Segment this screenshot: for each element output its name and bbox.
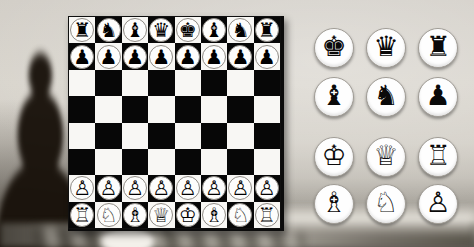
piece-glyph: ♟	[258, 46, 276, 66]
white-pawn-piece[interactable]: ♙	[202, 176, 226, 200]
square-f8[interactable]: ♝	[201, 17, 227, 43]
black-queen-badge[interactable]: ♛	[366, 28, 406, 68]
square-g8[interactable]: ♞	[227, 17, 253, 43]
black-pawn-piece[interactable]: ♟	[123, 45, 147, 69]
black-pawn-badge[interactable]: ♟	[418, 77, 458, 117]
chess-board: ♜♞♝♛♚♝♞♜♟♟♟♟♟♟♟♟♙♙♙♙♙♙♙♙♖♘♗♕♔♗♘♖	[69, 17, 280, 228]
square-e6[interactable]	[175, 70, 201, 96]
black-pawn-piece[interactable]: ♟	[149, 45, 173, 69]
piece-glyph: ♙	[126, 178, 144, 198]
black-knight-icon: ♞	[373, 82, 398, 110]
piece-glyph: ♞	[100, 20, 118, 40]
piece-glyph: ♖	[73, 204, 91, 224]
piece-glyph: ♟	[100, 46, 118, 66]
white-queen-badge[interactable]: ♕	[366, 137, 406, 177]
black-king-badge[interactable]: ♚	[314, 28, 354, 68]
white-queen-icon: ♕	[373, 142, 398, 170]
square-d6[interactable]	[148, 70, 174, 96]
white-pawn-icon: ♙	[425, 189, 450, 217]
square-b1[interactable]: ♘	[95, 202, 121, 228]
white-knight-piece[interactable]: ♘	[97, 203, 121, 227]
piece-glyph: ♙	[258, 178, 276, 198]
square-b4[interactable]	[95, 123, 121, 149]
square-b2[interactable]: ♙	[95, 175, 121, 201]
chess-promo-screenshot: ♟ ♜♞♝♛♚♝♞♜♟♟♟♟♟♟♟♟♙♙♙♙♙♙♙♙♖♘♗♕♔♗♘♖ ♚♛♜♝♞…	[0, 0, 474, 247]
white-pawn-piece[interactable]: ♙	[176, 176, 200, 200]
square-h3[interactable]	[254, 149, 280, 175]
square-e3[interactable]	[175, 149, 201, 175]
piece-glyph: ♖	[258, 204, 276, 224]
white-bishop-badge[interactable]: ♗	[314, 184, 354, 224]
square-c6[interactable]	[122, 70, 148, 96]
black-pawn-piece[interactable]: ♟	[70, 45, 94, 69]
square-d1[interactable]: ♕	[148, 202, 174, 228]
square-a5[interactable]	[69, 96, 95, 122]
white-queen-piece[interactable]: ♕	[149, 203, 173, 227]
square-g5[interactable]	[227, 96, 253, 122]
square-b6[interactable]	[95, 70, 121, 96]
square-c5[interactable]	[122, 96, 148, 122]
black-bishop-piece[interactable]: ♝	[202, 18, 226, 42]
black-rook-piece[interactable]: ♜	[255, 18, 279, 42]
white-pawn-piece[interactable]: ♙	[255, 176, 279, 200]
black-rook-piece[interactable]: ♜	[70, 18, 94, 42]
black-pawn-piece[interactable]: ♟	[255, 45, 279, 69]
white-pawn-piece[interactable]: ♙	[97, 176, 121, 200]
piece-glyph: ♛	[152, 20, 170, 40]
white-bishop-piece[interactable]: ♗	[202, 203, 226, 227]
white-rook-piece[interactable]: ♖	[255, 203, 279, 227]
square-e7[interactable]: ♟	[175, 43, 201, 69]
white-king-piece[interactable]: ♔	[176, 203, 200, 227]
white-knight-badge[interactable]: ♘	[366, 184, 406, 224]
white-rook-piece[interactable]: ♖	[70, 203, 94, 227]
square-a8[interactable]: ♜	[69, 17, 95, 43]
square-d7[interactable]: ♟	[148, 43, 174, 69]
white-piece-set-panel: ♔♕♖♗♘♙	[314, 137, 458, 224]
piece-glyph: ♙	[100, 178, 118, 198]
piece-glyph: ♜	[258, 20, 276, 40]
white-knight-icon: ♘	[373, 189, 398, 217]
square-c7[interactable]: ♟	[122, 43, 148, 69]
square-b5[interactable]	[95, 96, 121, 122]
white-pawn-piece[interactable]: ♙	[149, 176, 173, 200]
square-g7[interactable]: ♟	[227, 43, 253, 69]
square-c8[interactable]: ♝	[122, 17, 148, 43]
piece-glyph: ♙	[231, 178, 249, 198]
square-d2[interactable]: ♙	[148, 175, 174, 201]
chess-board-frame: ♜♞♝♛♚♝♞♜♟♟♟♟♟♟♟♟♙♙♙♙♙♙♙♙♖♘♗♕♔♗♘♖	[68, 16, 284, 231]
white-bishop-icon: ♗	[321, 189, 346, 217]
square-f2[interactable]: ♙	[201, 175, 227, 201]
piece-glyph: ♚	[179, 20, 197, 40]
black-pawn-piece[interactable]: ♟	[228, 45, 252, 69]
square-a2[interactable]: ♙	[69, 175, 95, 201]
square-e5[interactable]	[175, 96, 201, 122]
square-g6[interactable]	[227, 70, 253, 96]
square-g2[interactable]: ♙	[227, 175, 253, 201]
piece-glyph: ♔	[179, 204, 197, 224]
square-d5[interactable]	[148, 96, 174, 122]
square-e1[interactable]: ♔	[175, 202, 201, 228]
black-rook-badge[interactable]: ♜	[418, 28, 458, 68]
white-pawn-piece[interactable]: ♙	[123, 176, 147, 200]
square-a3[interactable]	[69, 149, 95, 175]
black-queen-piece[interactable]: ♛	[149, 18, 173, 42]
square-c3[interactable]	[122, 149, 148, 175]
piece-glyph: ♟	[179, 46, 197, 66]
black-piece-set-panel: ♚♛♜♝♞♟	[314, 28, 458, 117]
piece-glyph: ♟	[73, 46, 91, 66]
square-c1[interactable]: ♗	[122, 202, 148, 228]
piece-glyph: ♙	[205, 178, 223, 198]
square-c2[interactable]: ♙	[122, 175, 148, 201]
square-d3[interactable]	[148, 149, 174, 175]
black-knight-piece[interactable]: ♞	[228, 18, 252, 42]
white-pawn-piece[interactable]: ♙	[70, 176, 94, 200]
piece-glyph: ♟	[126, 46, 144, 66]
black-knight-badge[interactable]: ♞	[366, 77, 406, 117]
piece-glyph: ♝	[205, 20, 223, 40]
square-g4[interactable]	[227, 123, 253, 149]
black-pawn-piece[interactable]: ♟	[202, 45, 226, 69]
white-pawn-piece[interactable]: ♙	[228, 176, 252, 200]
square-f5[interactable]	[201, 96, 227, 122]
piece-glyph: ♜	[73, 20, 91, 40]
square-h4[interactable]	[254, 123, 280, 149]
square-d8[interactable]: ♛	[148, 17, 174, 43]
black-bishop-icon: ♝	[321, 82, 346, 110]
piece-glyph: ♙	[73, 178, 91, 198]
piece-glyph: ♟	[152, 46, 170, 66]
piece-glyph: ♗	[205, 204, 223, 224]
white-rook-badge[interactable]: ♖	[418, 137, 458, 177]
square-e4[interactable]	[175, 123, 201, 149]
square-f3[interactable]	[201, 149, 227, 175]
square-h7[interactable]: ♟	[254, 43, 280, 69]
square-f7[interactable]: ♟	[201, 43, 227, 69]
black-pawn-piece[interactable]: ♟	[176, 45, 200, 69]
square-f1[interactable]: ♗	[201, 202, 227, 228]
square-h1[interactable]: ♖	[254, 202, 280, 228]
square-a1[interactable]: ♖	[69, 202, 95, 228]
black-king-piece[interactable]: ♚	[176, 18, 200, 42]
white-rook-icon: ♖	[425, 142, 450, 170]
square-h5[interactable]	[254, 96, 280, 122]
black-rook-icon: ♜	[425, 33, 450, 61]
piece-glyph: ♘	[100, 204, 118, 224]
white-king-icon: ♔	[321, 142, 346, 170]
white-pawn-badge[interactable]: ♙	[418, 184, 458, 224]
black-bishop-badge[interactable]: ♝	[314, 77, 354, 117]
square-g3[interactable]	[227, 149, 253, 175]
square-f4[interactable]	[201, 123, 227, 149]
square-d4[interactable]	[148, 123, 174, 149]
white-knight-piece[interactable]: ♘	[228, 203, 252, 227]
piece-glyph: ♕	[152, 204, 170, 224]
black-pawn-piece[interactable]: ♟	[97, 45, 121, 69]
white-king-badge[interactable]: ♔	[314, 137, 354, 177]
piece-glyph: ♞	[231, 20, 249, 40]
black-bishop-piece[interactable]: ♝	[123, 18, 147, 42]
square-b8[interactable]: ♞	[95, 17, 121, 43]
black-knight-piece[interactable]: ♞	[97, 18, 121, 42]
square-e8[interactable]: ♚	[175, 17, 201, 43]
square-e2[interactable]: ♙	[175, 175, 201, 201]
piece-glyph: ♙	[179, 178, 197, 198]
square-h8[interactable]: ♜	[254, 17, 280, 43]
square-g1[interactable]: ♘	[227, 202, 253, 228]
square-b7[interactable]: ♟	[95, 43, 121, 69]
square-h6[interactable]	[254, 70, 280, 96]
square-b3[interactable]	[95, 149, 121, 175]
square-a4[interactable]	[69, 123, 95, 149]
black-queen-icon: ♛	[373, 33, 398, 61]
piece-glyph: ♗	[126, 204, 144, 224]
piece-glyph: ♟	[205, 46, 223, 66]
black-pawn-icon: ♟	[425, 82, 450, 110]
piece-glyph: ♘	[231, 204, 249, 224]
square-c4[interactable]	[122, 123, 148, 149]
piece-glyph: ♙	[152, 178, 170, 198]
black-king-icon: ♚	[321, 33, 346, 61]
piece-glyph: ♟	[231, 46, 249, 66]
square-f6[interactable]	[201, 70, 227, 96]
piece-glyph: ♝	[126, 20, 144, 40]
square-a6[interactable]	[69, 70, 95, 96]
white-bishop-piece[interactable]: ♗	[123, 203, 147, 227]
square-h2[interactable]: ♙	[254, 175, 280, 201]
square-a7[interactable]: ♟	[69, 43, 95, 69]
